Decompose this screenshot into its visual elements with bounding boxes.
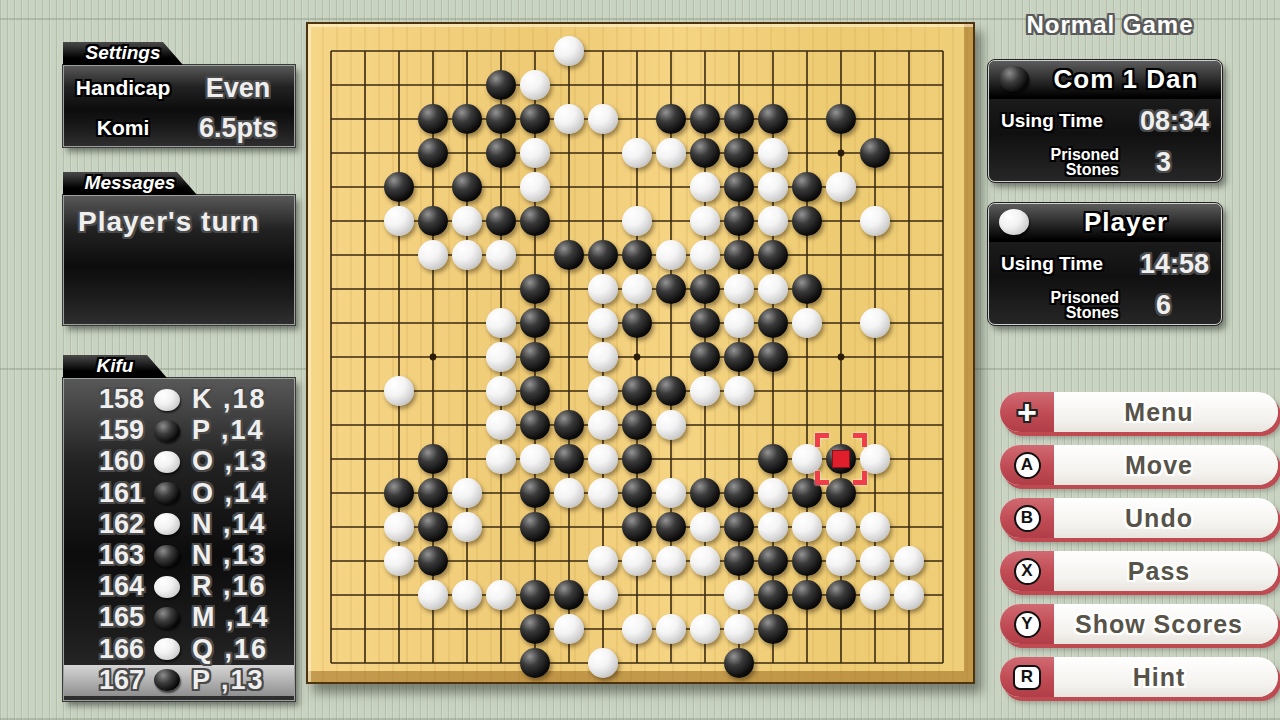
kifu-move-row[interactable]: 165M ,14 [64, 602, 294, 633]
black-stone [724, 172, 754, 202]
black-stone [622, 308, 652, 338]
white-stone [792, 512, 822, 542]
white-stone-icon [154, 389, 180, 411]
black-stone [418, 478, 448, 508]
black-stone-icon [154, 669, 180, 691]
kifu-move-row[interactable]: 163N ,13 [64, 540, 294, 571]
white-stone [486, 410, 516, 440]
black-stone [520, 104, 550, 134]
white-stone [860, 308, 890, 338]
button-label: Move [1054, 445, 1264, 485]
black-stone [792, 546, 822, 576]
button-badge-cap: A [1000, 445, 1054, 485]
com-player-name: Com 1 Dan [1039, 64, 1213, 95]
white-stone [554, 478, 584, 508]
move-number: 166 [72, 634, 144, 665]
black-stone [656, 512, 686, 542]
move-number: 160 [72, 446, 144, 477]
white-stone-icon [154, 638, 180, 660]
white-stone [656, 138, 686, 168]
messages-panel: Messages Player's turn [63, 172, 295, 325]
hint-button[interactable]: RHint [1000, 657, 1278, 697]
move-coord: P ,13 [192, 665, 265, 696]
white-stone [588, 478, 618, 508]
menu-button[interactable]: +Menu [1000, 392, 1278, 432]
plus-icon: + [1017, 397, 1037, 427]
black-stone [758, 580, 788, 610]
komi-row: Komi 6.5pts [64, 108, 294, 148]
white-stone [758, 274, 788, 304]
white-stone [894, 546, 924, 576]
kifu-move-row[interactable]: 160O ,13 [64, 446, 294, 477]
white-stone [520, 172, 550, 202]
kifu-move-row[interactable]: 158K ,18 [64, 384, 294, 415]
black-stone [486, 138, 516, 168]
white-stone [724, 308, 754, 338]
black-stone [520, 478, 550, 508]
komi-label: Komi [64, 116, 182, 140]
star-point [634, 354, 641, 361]
last-move-red-square [832, 450, 850, 468]
black-stone [418, 138, 448, 168]
black-stone [758, 614, 788, 644]
black-stone [758, 342, 788, 372]
white-stone [758, 138, 788, 168]
black-stone [452, 172, 482, 202]
black-stone [724, 138, 754, 168]
go-board[interactable] [306, 22, 975, 684]
black-stone [724, 104, 754, 134]
white-stone-icon [154, 513, 180, 535]
white-stone [554, 614, 584, 644]
kifu-panel: Kifu 158K ,18159P ,14160O ,13161O ,14162… [63, 355, 295, 701]
black-stone [520, 206, 550, 236]
move-number: 167 [72, 665, 144, 696]
move-button[interactable]: AMove [1000, 445, 1278, 485]
black-stone [792, 172, 822, 202]
black-stone [520, 512, 550, 542]
white-stone [724, 614, 754, 644]
player-prisoned-value: 6 [1119, 290, 1209, 321]
white-stone [690, 206, 720, 236]
player-prisoned-label: PrisonedStones [1001, 290, 1119, 320]
button-label: Pass [1054, 551, 1264, 591]
kifu-move-list[interactable]: 158K ,18159P ,14160O ,13161O ,14162N ,14… [63, 378, 295, 701]
black-stone [418, 206, 448, 236]
black-stone [690, 342, 720, 372]
com-using-time-label: Using Time [1001, 110, 1103, 132]
black-stone [690, 138, 720, 168]
com-player-panel: Com 1 Dan Using Time 08:34 PrisonedStone… [988, 60, 1222, 182]
handicap-label: Handicap [64, 76, 182, 100]
black-stone [690, 274, 720, 304]
kifu-move-row[interactable]: 167P ,13 [64, 665, 294, 696]
white-stone [758, 512, 788, 542]
black-stone-icon [154, 482, 180, 504]
black-stone [792, 274, 822, 304]
white-stone [418, 240, 448, 270]
white-stone [860, 206, 890, 236]
undo-button[interactable]: BUndo [1000, 498, 1278, 538]
black-stone [486, 206, 516, 236]
white-stone [384, 512, 414, 542]
move-number: 165 [72, 602, 144, 633]
kifu-tab: Kifu [63, 355, 167, 378]
black-stone [724, 240, 754, 270]
kifu-move-row[interactable]: 162N ,14 [64, 509, 294, 540]
black-stone [554, 240, 584, 270]
black-stone [690, 308, 720, 338]
white-stone [452, 240, 482, 270]
settings-panel: Settings Handicap Even Komi 6.5pts [63, 42, 295, 147]
kifu-move-row[interactable]: 159P ,14 [64, 415, 294, 446]
black-stone [520, 308, 550, 338]
black-stone [418, 512, 448, 542]
white-stone [486, 342, 516, 372]
white-stone [418, 580, 448, 610]
white-stone [622, 138, 652, 168]
black-stone [554, 444, 584, 474]
white-stone [826, 172, 856, 202]
black-stone [724, 512, 754, 542]
star-point [838, 150, 845, 157]
white-stone [622, 614, 652, 644]
game-mode-title: Normal Game [985, 11, 1235, 39]
black-stone [724, 206, 754, 236]
black-stone [486, 70, 516, 100]
black-stone [826, 478, 856, 508]
move-coord: M ,14 [192, 602, 270, 633]
y-button-icon: Y [1014, 611, 1041, 638]
move-coord: P ,14 [192, 415, 265, 446]
move-coord: O ,14 [192, 478, 268, 509]
black-stone-icon [999, 66, 1029, 92]
r-button-icon: R [1013, 665, 1041, 690]
black-stone [520, 342, 550, 372]
black-stone [622, 376, 652, 406]
messages-tab: Messages [63, 172, 197, 195]
player-using-time-label: Using Time [1001, 253, 1103, 275]
black-stone [724, 342, 754, 372]
black-stone [724, 546, 754, 576]
black-stone [554, 580, 584, 610]
black-stone [520, 274, 550, 304]
white-stone [588, 648, 618, 678]
white-stone [826, 546, 856, 576]
black-stone [792, 206, 822, 236]
white-stone [486, 580, 516, 610]
white-stone [588, 410, 618, 440]
white-stone [860, 580, 890, 610]
black-stone [520, 580, 550, 610]
black-stone [384, 478, 414, 508]
black-stone [384, 172, 414, 202]
black-stone-icon [154, 545, 180, 567]
black-stone [860, 138, 890, 168]
move-coord: K ,18 [192, 384, 267, 415]
human-player-name: Player [1039, 207, 1213, 238]
white-stone [452, 206, 482, 236]
white-stone-icon [154, 451, 180, 473]
move-number: 159 [72, 415, 144, 446]
white-stone-icon [154, 576, 180, 598]
white-stone [826, 512, 856, 542]
b-button-icon: B [1014, 505, 1041, 532]
white-stone [588, 308, 618, 338]
white-stone [588, 342, 618, 372]
white-stone-icon [999, 209, 1029, 235]
white-stone [622, 274, 652, 304]
button-label: Undo [1054, 498, 1264, 538]
white-stone [588, 546, 618, 576]
white-stone [724, 580, 754, 610]
button-badge-cap: B [1000, 498, 1054, 538]
white-stone [758, 206, 788, 236]
button-badge-cap: Y [1000, 604, 1054, 644]
black-stone [520, 410, 550, 440]
button-badge-cap: X [1000, 551, 1054, 591]
move-number: 163 [72, 540, 144, 571]
white-stone [554, 36, 584, 66]
white-stone [656, 478, 686, 508]
white-stone [860, 546, 890, 576]
black-stone [418, 104, 448, 134]
black-stone [724, 648, 754, 678]
white-stone [486, 240, 516, 270]
white-stone [520, 444, 550, 474]
last-move-marker [818, 436, 864, 482]
white-stone [656, 410, 686, 440]
white-stone [792, 308, 822, 338]
white-stone [452, 478, 482, 508]
black-stone [418, 546, 448, 576]
white-stone [656, 614, 686, 644]
white-stone [690, 546, 720, 576]
black-stone [622, 478, 652, 508]
white-stone [588, 274, 618, 304]
com-using-time-value: 08:34 [1103, 106, 1209, 137]
white-stone [656, 240, 686, 270]
white-stone [690, 512, 720, 542]
white-stone [894, 580, 924, 610]
move-number: 161 [72, 478, 144, 509]
black-stone [656, 104, 686, 134]
black-stone [690, 478, 720, 508]
white-stone [690, 614, 720, 644]
move-number: 164 [72, 571, 144, 602]
white-stone [690, 172, 720, 202]
white-stone [860, 512, 890, 542]
black-stone [622, 444, 652, 474]
button-badge-cap: + [1000, 392, 1054, 432]
black-stone [758, 308, 788, 338]
white-stone [724, 376, 754, 406]
black-stone [622, 410, 652, 440]
black-stone [758, 444, 788, 474]
black-stone [690, 104, 720, 134]
black-stone [656, 274, 686, 304]
move-coord: N ,13 [192, 540, 267, 571]
handicap-row: Handicap Even [64, 68, 294, 108]
a-button-icon: A [1014, 452, 1041, 479]
white-stone [554, 104, 584, 134]
button-label: Show Scores [1054, 604, 1264, 644]
white-stone [520, 138, 550, 168]
white-stone [486, 308, 516, 338]
black-stone [656, 376, 686, 406]
black-stone [554, 410, 584, 440]
white-stone [622, 206, 652, 236]
black-stone [486, 104, 516, 134]
black-stone [622, 512, 652, 542]
black-stone [758, 104, 788, 134]
white-stone [520, 70, 550, 100]
black-stone [452, 104, 482, 134]
button-badge-cap: R [1000, 657, 1054, 697]
com-prisoned-label: PrisonedStones [1001, 147, 1119, 177]
kifu-move-row[interactable]: 166Q ,16 [64, 634, 294, 665]
x-button-icon: X [1014, 558, 1041, 585]
move-coord: Q ,16 [192, 634, 268, 665]
star-point [838, 354, 845, 361]
white-stone [758, 478, 788, 508]
black-stone-icon [154, 607, 180, 629]
white-stone [452, 512, 482, 542]
white-stone [758, 172, 788, 202]
black-stone [520, 376, 550, 406]
com-prisoned-value: 3 [1119, 147, 1209, 178]
white-stone [588, 444, 618, 474]
kifu-move-row[interactable]: 164R ,16 [64, 571, 294, 602]
black-stone [792, 580, 822, 610]
black-stone [758, 546, 788, 576]
white-stone [588, 580, 618, 610]
move-coord: O ,13 [192, 446, 268, 477]
black-stone [724, 478, 754, 508]
pass-button[interactable]: XPass [1000, 551, 1278, 591]
white-stone [690, 376, 720, 406]
white-stone [690, 240, 720, 270]
settings-tab: Settings [63, 42, 183, 65]
white-stone [860, 444, 890, 474]
white-stone [452, 580, 482, 610]
button-label: Menu [1054, 392, 1264, 432]
white-stone [486, 376, 516, 406]
handicap-value: Even [182, 73, 294, 104]
player-using-time-value: 14:58 [1103, 249, 1209, 280]
human-player-panel: Player Using Time 14:58 PrisonedStones 6 [988, 203, 1222, 325]
black-stone [588, 240, 618, 270]
black-stone-icon [154, 420, 180, 442]
komi-value: 6.5pts [182, 113, 294, 144]
kifu-move-row[interactable]: 161O ,14 [64, 478, 294, 509]
star-point [430, 354, 437, 361]
white-stone [724, 274, 754, 304]
move-coord: R ,16 [192, 571, 267, 602]
white-stone [384, 546, 414, 576]
turn-message: Player's turn [64, 196, 294, 238]
black-stone [520, 614, 550, 644]
black-stone [826, 580, 856, 610]
white-stone [622, 546, 652, 576]
go-game-screen: { "game": "go", "board_size": 19, "title… [0, 0, 1280, 720]
move-number: 158 [72, 384, 144, 415]
move-coord: N ,14 [192, 509, 267, 540]
white-stone [384, 206, 414, 236]
black-stone [418, 444, 448, 474]
white-stone [588, 104, 618, 134]
white-stone [656, 546, 686, 576]
move-number: 162 [72, 509, 144, 540]
white-stone [486, 444, 516, 474]
black-stone [826, 104, 856, 134]
button-label: Hint [1054, 657, 1264, 697]
white-stone [588, 376, 618, 406]
black-stone [758, 240, 788, 270]
black-stone [622, 240, 652, 270]
show-scores-button[interactable]: YShow Scores [1000, 604, 1278, 644]
white-stone [384, 376, 414, 406]
black-stone [520, 648, 550, 678]
